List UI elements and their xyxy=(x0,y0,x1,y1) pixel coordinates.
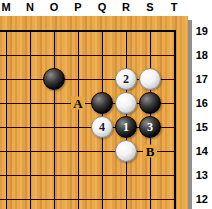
column-label-Q: Q xyxy=(98,1,107,14)
stone-black-S16[interactable] xyxy=(139,92,161,114)
row-label-19: 19 xyxy=(191,25,210,38)
stone-white-R16[interactable] xyxy=(115,92,137,114)
column-label-S: S xyxy=(146,1,153,14)
row-label-15: 15 xyxy=(191,121,210,134)
go-board[interactable] xyxy=(0,16,188,209)
grid-line-col-M xyxy=(6,30,7,209)
point-label-B-S14[interactable]: B xyxy=(143,145,157,158)
stone-black-S15[interactable]: 3 xyxy=(139,116,161,138)
grid-line-col-T xyxy=(174,30,176,209)
grid-line-col-N xyxy=(30,30,31,209)
row-label-12: 12 xyxy=(191,193,210,206)
column-label-O: O xyxy=(50,1,59,14)
stone-white-Q15[interactable]: 4 xyxy=(91,116,113,138)
go-diagram: MNOPQRST 1918171615141312 2413 AB xyxy=(0,0,212,209)
column-label-T: T xyxy=(171,1,178,14)
stone-black-O17[interactable] xyxy=(43,68,65,90)
row-label-17: 17 xyxy=(191,73,210,86)
stone-black-R15[interactable]: 1 xyxy=(115,116,137,138)
grid-line-col-P xyxy=(78,30,79,209)
row-label-16: 16 xyxy=(191,97,210,110)
column-label-P: P xyxy=(74,1,81,14)
row-label-13: 13 xyxy=(191,169,210,182)
grid-line-col-O xyxy=(54,30,55,209)
row-label-14: 14 xyxy=(191,145,210,158)
stone-black-Q16[interactable] xyxy=(91,92,113,114)
column-label-N: N xyxy=(26,1,34,14)
stone-white-R14[interactable] xyxy=(115,140,137,162)
column-label-R: R xyxy=(122,1,130,14)
stone-white-R17[interactable]: 2 xyxy=(115,68,137,90)
column-label-M: M xyxy=(1,1,10,14)
row-label-18: 18 xyxy=(191,49,210,62)
point-label-A-P16[interactable]: A xyxy=(71,97,85,110)
stone-white-S17[interactable] xyxy=(139,68,161,90)
